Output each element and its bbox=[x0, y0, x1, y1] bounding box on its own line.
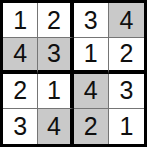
cell-digit: 3 bbox=[84, 8, 98, 33]
cell-r4c2[interactable]: 4 bbox=[38, 109, 73, 144]
cell-digit: 1 bbox=[84, 41, 98, 66]
cell-digit: 3 bbox=[119, 78, 133, 103]
cell-digit: 3 bbox=[47, 41, 61, 66]
cell-digit: 2 bbox=[47, 8, 61, 33]
cell-r3c3[interactable]: 4 bbox=[74, 74, 109, 109]
cell-r1c1[interactable]: 1 bbox=[3, 3, 38, 38]
cell-digit: 4 bbox=[13, 41, 27, 66]
cell-r2c4[interactable]: 2 bbox=[109, 38, 144, 73]
sudoku-board: 1234431221433421 bbox=[0, 0, 147, 147]
cell-r4c3[interactable]: 2 bbox=[74, 109, 109, 144]
cell-r2c3[interactable]: 1 bbox=[74, 38, 109, 73]
cell-r4c1[interactable]: 3 bbox=[3, 109, 38, 144]
cell-r2c2[interactable]: 3 bbox=[38, 38, 73, 73]
cell-r1c2[interactable]: 2 bbox=[38, 3, 73, 38]
cell-digit: 3 bbox=[13, 114, 27, 139]
cell-r1c4[interactable]: 4 bbox=[109, 3, 144, 38]
cell-digit: 1 bbox=[47, 78, 61, 103]
cell-digit: 4 bbox=[47, 114, 61, 139]
cell-r3c4[interactable]: 3 bbox=[109, 74, 144, 109]
cell-digit: 2 bbox=[119, 41, 133, 66]
cell-r2c1[interactable]: 4 bbox=[3, 38, 38, 73]
cell-digit: 1 bbox=[119, 114, 133, 139]
cell-digit: 2 bbox=[84, 114, 98, 139]
cell-digit: 2 bbox=[13, 78, 27, 103]
cell-digit: 4 bbox=[84, 78, 98, 103]
cell-r3c2[interactable]: 1 bbox=[38, 74, 73, 109]
cell-digit: 1 bbox=[13, 8, 27, 33]
cell-r1c3[interactable]: 3 bbox=[74, 3, 109, 38]
cell-digit: 4 bbox=[119, 8, 133, 33]
cell-r3c1[interactable]: 2 bbox=[3, 74, 38, 109]
cell-r4c4[interactable]: 1 bbox=[109, 109, 144, 144]
